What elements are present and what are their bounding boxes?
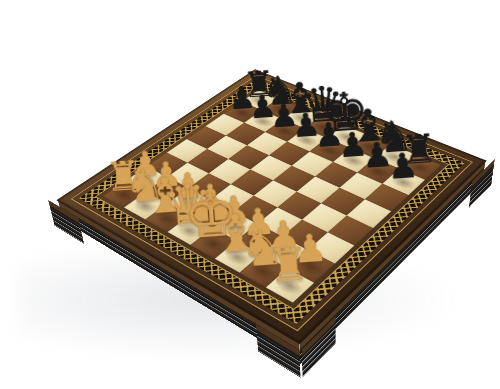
mosaic-border-band: ♜♞♝♛♚♝♞♜♟♟♟♟♟♟♟♟♟♟♟♟♟♟♟♟♜♞♝♛♚♝♞♜	[79, 79, 464, 324]
piece-anchor: ♟	[382, 169, 425, 195]
chess-board: ♜♞♝♛♚♝♞♜♟♟♟♟♟♟♟♟♟♟♟♟♟♟♟♟♜♞♝♛♚♝♞♜	[58, 70, 486, 343]
square-h1[interactable]: ♜	[266, 268, 315, 302]
gold-pinstripe-outer: ♜♞♝♛♚♝♞♜♟♟♟♟♟♟♟♟♟♟♟♟♟♟♟♟♜♞♝♛♚♝♞♜	[71, 75, 473, 331]
photo-background: ♜♞♝♛♚♝♞♜♟♟♟♟♟♟♟♟♟♟♟♟♟♟♟♟♜♞♝♛♚♝♞♜	[0, 0, 500, 389]
board-frame: ♜♞♝♛♚♝♞♜♟♟♟♟♟♟♟♟♟♟♟♟♟♟♟♟♜♞♝♛♚♝♞♜	[58, 70, 486, 343]
piece-anchor: ♜	[266, 268, 315, 302]
square-h7[interactable]: ♟	[382, 169, 425, 195]
chess-scene: ♜♞♝♛♚♝♞♜♟♟♟♟♟♟♟♟♟♟♟♟♟♟♟♟♜♞♝♛♚♝♞♜	[0, 0, 500, 389]
piece-black-pawn[interactable]: ♟	[371, 149, 434, 184]
square-d5[interactable]	[250, 155, 291, 180]
gold-pinstripe-inner: ♜♞♝♛♚♝♞♜♟♟♟♟♟♟♟♟♟♟♟♟♟♟♟♟♜♞♝♛♚♝♞♜	[95, 86, 450, 310]
piece-white-rook[interactable]: ♜	[253, 241, 325, 287]
